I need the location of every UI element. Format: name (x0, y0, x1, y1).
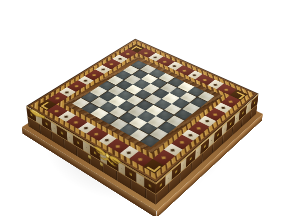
square-r8c7-light (130, 129, 148, 141)
wall-inlay-icon: · (236, 116, 237, 121)
border-panel-pearl: ◆ (120, 146, 139, 159)
inlay-diamond-icon: ◆ (125, 149, 133, 155)
wall-inlay-icon: · (197, 150, 198, 155)
inlay-diamond-icon: ◆ (212, 112, 219, 117)
inlay-diamond-icon: ◆ (114, 143, 122, 149)
wall-inlay-icon: · (69, 135, 71, 140)
border-panel-burgundy: ◆ (189, 121, 210, 135)
corner-l-motif (41, 102, 54, 110)
inlay-diamond-icon: ◆ (223, 87, 230, 91)
border-corner (38, 99, 57, 110)
square-r6c6-dark (138, 111, 156, 122)
square-r4c6-dark (154, 99, 171, 110)
inlay-diamond-icon: ◆ (73, 119, 81, 124)
wall-inlay-icon: ▪ (148, 183, 151, 189)
border-panel-pearl: ◆ (99, 134, 117, 146)
border-panel-burgundy: ◆ (171, 135, 193, 150)
square-r6c8-dark (158, 122, 176, 134)
inlay-diamond-icon: ◆ (143, 51, 150, 55)
square-r7c5-dark (119, 112, 137, 123)
inlay-diamond-icon: ◆ (82, 78, 89, 82)
inlay-diamond-icon: ◆ (53, 108, 61, 113)
wall-inlay-icon: ▪ (77, 140, 80, 146)
wall-inlay-icon: · (168, 176, 169, 181)
square-r8c2-dark (81, 103, 98, 114)
square-r6c4-dark (118, 101, 135, 112)
border-panel-burgundy: ◆ (107, 139, 130, 154)
border-panel-pearl: ◆ (182, 129, 200, 141)
border-panel-pearl: ◆ (164, 144, 183, 156)
inlay-diamond-icon: ◆ (178, 139, 186, 144)
inlay-diamond-icon: ◆ (125, 52, 132, 56)
inlay-diamond-icon: ◆ (100, 67, 107, 71)
border-corner (143, 159, 164, 174)
square-r6c5-light (128, 106, 145, 117)
wall-inlay-icon: · (139, 177, 140, 182)
inlay-diamond-icon: ◆ (169, 147, 177, 153)
border-panel-burgundy: ◆ (47, 104, 68, 117)
inlay-diamond-icon: ◆ (220, 105, 227, 110)
inlay-diamond-icon: ◆ (227, 99, 234, 104)
square-r7c4-light (109, 107, 127, 118)
square-r7c7-dark (139, 123, 157, 135)
square-r5c6-light (146, 105, 163, 116)
inlay-diamond-icon: ◆ (204, 118, 212, 123)
wall-inlay-icon: · (248, 105, 249, 110)
square-r4c7-light (164, 104, 181, 115)
border-panel-burgundy: ◆ (86, 127, 108, 141)
inlay-diamond-icon: ◆ (91, 73, 98, 77)
inlay-diamond-icon: ◆ (108, 62, 115, 66)
square-r8c5-light (110, 118, 128, 129)
inlay-diamond-icon: ◆ (117, 57, 124, 61)
square-r5c5-dark (136, 100, 153, 111)
square-r7c8-light (150, 128, 168, 140)
inlay-diamond-icon: ◆ (187, 132, 195, 137)
border-panel-pearl: ◆ (78, 122, 96, 133)
square-r4c8-dark (175, 109, 193, 120)
white-background: ▪·▪·▪·▪·▪·▪·▪·▪ (0, 0, 288, 216)
border-panel-pearl: ◆ (199, 116, 217, 127)
inlay-diamond-icon: ◆ (64, 90, 71, 94)
square-r8c8-dark (141, 135, 160, 147)
wall-inlay-icon: ▪ (129, 171, 132, 177)
inlay-diamond-icon: ◆ (73, 84, 80, 88)
inlay-diamond-icon: ◆ (181, 68, 188, 72)
border-panel-burgundy: ◆ (66, 115, 88, 128)
square-r8c4-dark (100, 113, 118, 124)
wall-inlay-icon: · (53, 126, 55, 131)
square-r8c3-light (91, 108, 109, 119)
inlay-diamond-icon: ◆ (202, 77, 209, 81)
square-r8c6-dark (120, 124, 138, 136)
inlay-diamond-icon: ◆ (93, 131, 101, 136)
square-r6c7-light (148, 116, 166, 127)
square-r7c3-dark (100, 102, 117, 113)
border-panel-pearl: ◆ (215, 103, 232, 113)
inlay-diamond-icon: ◆ (162, 59, 169, 63)
photo-canvas: ▪·▪·▪·▪·▪·▪·▪·▪ (0, 0, 288, 216)
inlay-diamond-icon: ◆ (195, 125, 203, 130)
wall-inlay-icon: · (183, 162, 184, 167)
wall-inlay-icon: · (224, 127, 225, 132)
inlay-diamond-icon: ◆ (212, 82, 219, 86)
square-r3c8-light (183, 103, 200, 114)
inlay-diamond-icon: ◆ (54, 96, 62, 101)
inlay-diamond-icon: ◆ (63, 114, 71, 119)
wall-inlay-icon: ▪ (61, 130, 64, 136)
square-r7c6-light (129, 117, 147, 128)
border-panel-burgundy: ◆ (205, 108, 226, 121)
square-r5c7-dark (156, 110, 174, 121)
border-panel-burgundy: ◆ (153, 150, 176, 166)
corner-l-motif (146, 162, 161, 172)
chess-box: ▪·▪·▪·▪·▪·▪·▪·▪ (26, 39, 258, 183)
wall-inlay-icon: · (211, 138, 212, 143)
inlay-diamond-icon: ◆ (83, 125, 91, 130)
inlay-diamond-icon: ◆ (160, 155, 168, 161)
border-panel-burgundy: ◆ (129, 151, 152, 167)
square-r5c8-light (166, 115, 184, 126)
inlay-diamond-icon: ◆ (137, 156, 145, 162)
inlay-diamond-icon: ◆ (104, 137, 112, 142)
wall-inlay-icon: · (86, 145, 87, 150)
border-panel-pearl: ◆ (58, 111, 75, 122)
